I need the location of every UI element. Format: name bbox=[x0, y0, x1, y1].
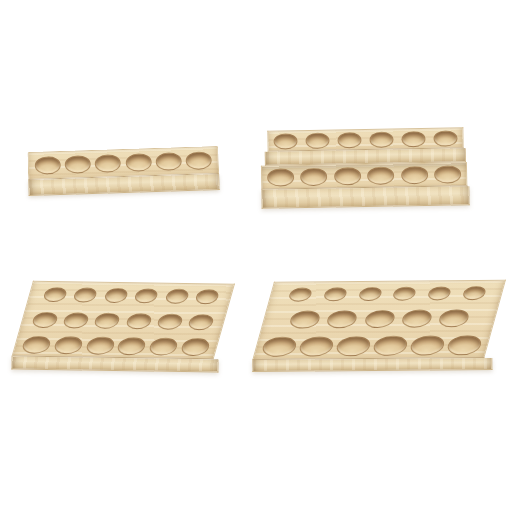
pit bbox=[124, 313, 153, 329]
rack-17-pit-row-front bbox=[253, 331, 491, 361]
rack-18-top-face bbox=[12, 281, 235, 360]
pit bbox=[337, 132, 361, 148]
rack-17-top-face bbox=[252, 280, 506, 360]
pit bbox=[194, 289, 220, 304]
pit bbox=[401, 130, 425, 146]
pit bbox=[427, 286, 453, 300]
pit bbox=[369, 131, 393, 147]
pit bbox=[400, 309, 434, 327]
pit bbox=[367, 166, 394, 184]
pit bbox=[433, 130, 457, 146]
pit bbox=[52, 336, 84, 354]
pit bbox=[334, 336, 373, 356]
pit bbox=[42, 287, 68, 302]
pit bbox=[148, 337, 180, 355]
pit bbox=[156, 313, 185, 329]
pit bbox=[65, 155, 92, 174]
rack-18-pit-row-back bbox=[27, 282, 234, 310]
rack-18-pit-row-front bbox=[13, 332, 220, 360]
pit bbox=[93, 312, 122, 328]
pit bbox=[125, 153, 152, 172]
pit bbox=[187, 314, 216, 330]
board-rack-17 bbox=[252, 280, 495, 372]
rack-18-pit-row-middle bbox=[20, 307, 227, 335]
rack-12-upper-pit-row bbox=[268, 128, 462, 150]
rack-17-pit-row-middle bbox=[261, 305, 498, 333]
pit bbox=[35, 156, 62, 175]
pit bbox=[72, 287, 98, 302]
pit bbox=[434, 165, 461, 183]
rack-17-front-face bbox=[252, 358, 492, 372]
pit bbox=[357, 287, 383, 301]
pit bbox=[322, 287, 348, 301]
pit bbox=[325, 310, 359, 328]
board-rack-6 bbox=[27, 146, 219, 196]
rack-18-front-face bbox=[11, 357, 218, 373]
rack-12-lower-front-face bbox=[261, 186, 469, 209]
pit bbox=[305, 132, 329, 148]
pit bbox=[133, 288, 159, 303]
board-rack-18 bbox=[11, 281, 224, 373]
pit bbox=[185, 151, 212, 170]
rack-17-pit-row-back bbox=[268, 281, 505, 307]
pit bbox=[31, 311, 60, 327]
rack-12-lower-top-face bbox=[261, 162, 467, 190]
pit bbox=[445, 335, 484, 355]
rack-12-lower-pit-row bbox=[262, 163, 466, 189]
pit bbox=[84, 336, 116, 354]
pit bbox=[287, 288, 313, 302]
pit bbox=[362, 310, 396, 328]
pit bbox=[288, 310, 322, 328]
pit bbox=[273, 133, 297, 149]
board-rack-12-two-tier bbox=[260, 127, 469, 209]
pit bbox=[164, 289, 190, 304]
pit bbox=[62, 312, 91, 328]
pit bbox=[95, 154, 122, 173]
pit bbox=[437, 309, 471, 327]
pit bbox=[297, 336, 336, 356]
pit bbox=[260, 337, 299, 357]
pit bbox=[300, 168, 327, 186]
pit bbox=[461, 286, 487, 300]
pit bbox=[180, 337, 212, 355]
pit bbox=[155, 152, 182, 171]
pit bbox=[371, 336, 410, 356]
pit bbox=[401, 166, 428, 184]
pit bbox=[392, 287, 418, 301]
pit bbox=[103, 288, 129, 303]
pit bbox=[21, 335, 53, 353]
pit bbox=[408, 335, 447, 355]
pit bbox=[116, 337, 148, 355]
wooden-mancala-racks-photo bbox=[0, 0, 510, 510]
pit bbox=[267, 168, 294, 186]
pit bbox=[334, 167, 361, 185]
